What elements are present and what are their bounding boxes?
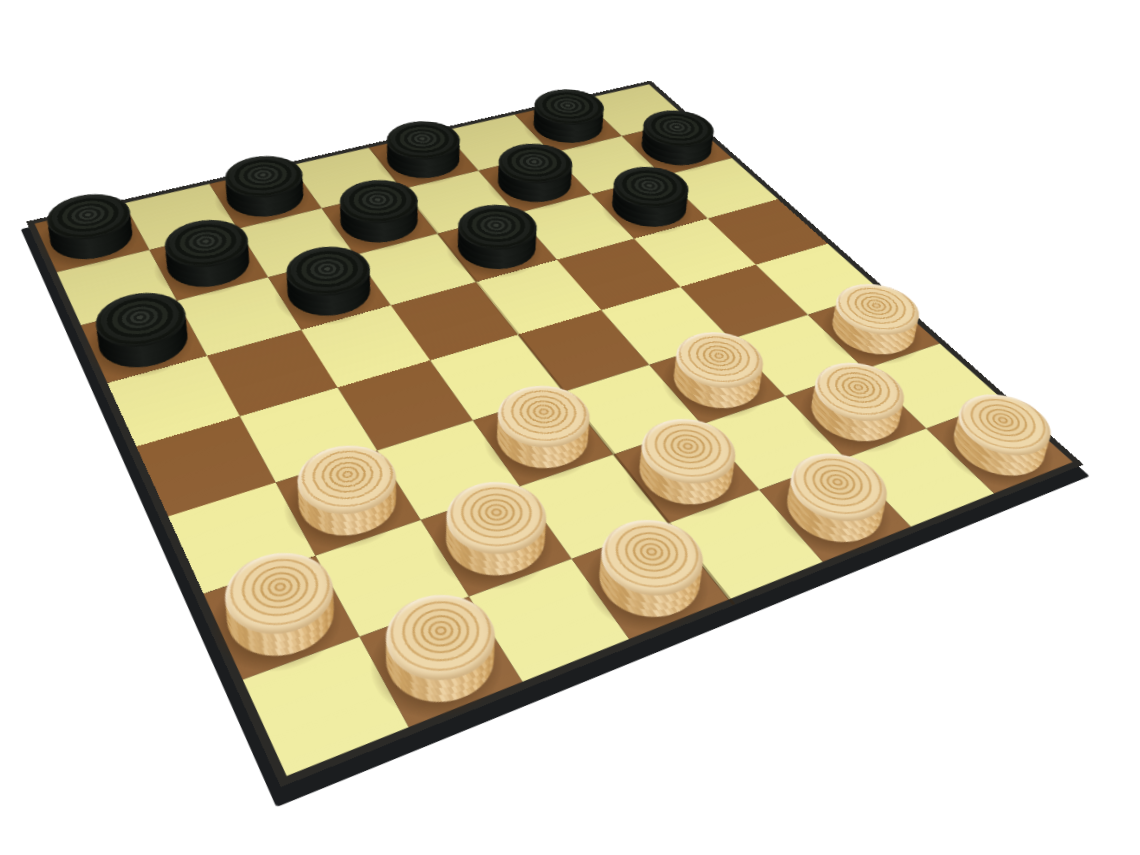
wood-man[interactable] [935, 406, 1063, 488]
wood-man[interactable] [430, 493, 562, 590]
scene [0, 0, 1140, 855]
wood-man[interactable] [816, 296, 931, 364]
black-man[interactable] [276, 259, 383, 325]
wood-man[interactable] [482, 397, 605, 480]
board-squares [35, 84, 1073, 776]
checkers-board [26, 81, 1083, 787]
square-2-2[interactable] [268, 255, 391, 330]
wood-man[interactable] [370, 604, 513, 718]
photo-background [0, 0, 1140, 855]
